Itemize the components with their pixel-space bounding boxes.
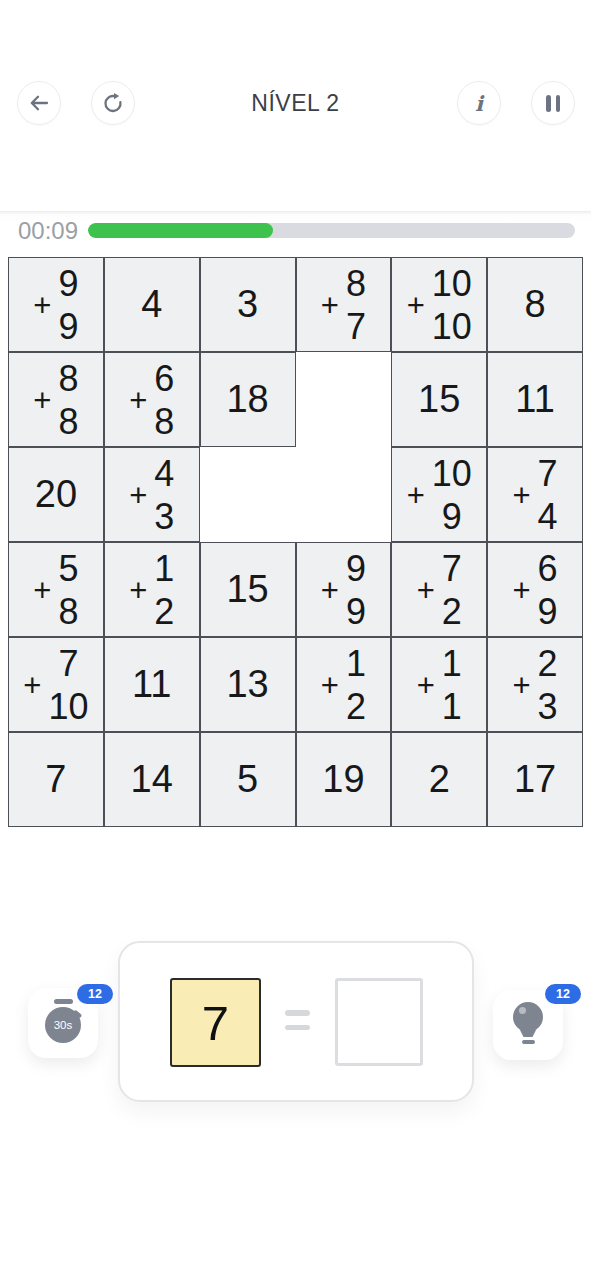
operands: 87 [346, 262, 366, 348]
plus-sign: + [129, 383, 147, 419]
hint-count-badge: 12 [545, 984, 581, 1004]
grid-cell-r4c5[interactable]: +72 [391, 542, 487, 637]
grid-cell-r5c4[interactable]: +12 [296, 637, 392, 732]
plus-sign: + [417, 573, 435, 609]
answer-value: 18 [226, 378, 268, 421]
lightbulb-icon [512, 1002, 544, 1048]
progress-fill [88, 223, 273, 238]
grid-cell-r5c6[interactable]: +23 [487, 637, 583, 732]
plus-sign: + [33, 383, 51, 419]
plus-sign: + [23, 668, 41, 704]
operands: 88 [58, 357, 78, 443]
plus-sign: + [129, 573, 147, 609]
grid-cell-r4c6[interactable]: +69 [487, 542, 583, 637]
plus-sign: + [321, 573, 339, 609]
grid-cell-r6c5[interactable]: 2 [391, 732, 487, 827]
grid-cell-r2c1[interactable]: +88 [8, 352, 104, 447]
grid-cell-r1c3[interactable]: 3 [200, 257, 296, 352]
grid-cell-r3c6[interactable]: +74 [487, 447, 583, 542]
grid-cell-r2c3[interactable]: 18 [200, 352, 296, 447]
grid-cell-r4c1[interactable]: +58 [8, 542, 104, 637]
grid-cell-r1c1[interactable]: +99 [8, 257, 104, 352]
operands: 68 [154, 357, 174, 443]
answer-value: 11 [515, 378, 554, 421]
grid-cell-r1c2[interactable]: 4 [104, 257, 200, 352]
grid-cell-r2c6[interactable]: 11 [487, 352, 583, 447]
operands: 710 [48, 642, 88, 728]
operands: 99 [58, 262, 78, 348]
grid-blank-r3c3 [200, 447, 296, 542]
plus-sign: + [129, 478, 147, 514]
grid-cell-r1c6[interactable]: 8 [487, 257, 583, 352]
operands: 69 [538, 547, 558, 633]
pause-icon [546, 95, 560, 112]
plus-sign: + [513, 668, 531, 704]
grid-cell-r4c3[interactable]: 15 [200, 542, 296, 637]
stopwatch-label: 30s [54, 1019, 73, 1031]
operands: 12 [346, 642, 366, 728]
operands: 43 [154, 452, 174, 538]
answer-value: 17 [514, 758, 556, 801]
operands: 99 [346, 547, 366, 633]
answer-value: 19 [322, 758, 364, 801]
operands: 72 [442, 547, 462, 633]
grid-cell-r2c5[interactable]: 15 [391, 352, 487, 447]
grid-cell-r6c1[interactable]: 7 [8, 732, 104, 827]
grid-cell-r5c5[interactable]: +11 [391, 637, 487, 732]
answer-value: 20 [35, 473, 77, 516]
plus-sign: + [513, 573, 531, 609]
answer-value: 5 [237, 758, 258, 801]
add-time-count-badge: 12 [77, 984, 113, 1004]
level-progress-bar [88, 223, 575, 238]
plus-sign: + [33, 288, 51, 324]
operands: 74 [538, 452, 558, 538]
equals-icon [285, 1010, 310, 1030]
operands: 109 [432, 452, 472, 538]
answer-value: 7 [45, 758, 66, 801]
grid-cell-r6c3[interactable]: 5 [200, 732, 296, 827]
operands: 23 [538, 642, 558, 728]
stopwatch-icon: 30s [43, 999, 83, 1047]
plus-sign: + [321, 668, 339, 704]
answer-value: 14 [131, 758, 173, 801]
answer-value: 15 [226, 568, 268, 611]
grid-cell-r3c2[interactable]: +43 [104, 447, 200, 542]
operands: 11 [442, 642, 462, 728]
grid-cell-r5c1[interactable]: +710 [8, 637, 104, 732]
pause-button[interactable] [531, 81, 575, 125]
header-divider [0, 211, 591, 221]
grid-cell-r2c2[interactable]: +68 [104, 352, 200, 447]
answer-value: 15 [418, 378, 460, 421]
plus-sign: + [407, 288, 425, 324]
operands: 1010 [432, 262, 472, 348]
grid-cell-r4c4[interactable]: +99 [296, 542, 392, 637]
plus-sign: + [321, 288, 339, 324]
grid-cell-r1c5[interactable]: +1010 [391, 257, 487, 352]
grid-cell-r3c5[interactable]: +109 [391, 447, 487, 542]
operands: 58 [58, 547, 78, 633]
answer-value: 13 [226, 663, 268, 706]
info-icon: i [475, 93, 483, 114]
plus-sign: + [33, 573, 51, 609]
grid-blank-r3c4 [296, 447, 392, 542]
answer-value: 3 [237, 283, 258, 326]
grid-cell-r4c2[interactable]: +12 [104, 542, 200, 637]
selected-tile[interactable]: 7 [170, 978, 261, 1067]
grid-cell-r6c2[interactable]: 14 [104, 732, 200, 827]
grid-blank-r2c4 [296, 352, 392, 447]
answer-value: 2 [429, 758, 450, 801]
grid-cell-r5c3[interactable]: 13 [200, 637, 296, 732]
plus-sign: + [417, 668, 435, 704]
answer-value: 11 [132, 663, 171, 706]
answer-value: 8 [525, 283, 546, 326]
operands: 12 [154, 547, 174, 633]
match-target-slot [335, 978, 423, 1066]
grid-cell-r1c4[interactable]: +87 [296, 257, 392, 352]
plus-sign: + [407, 478, 425, 514]
board: +9943+87+10108+88+6818151120+43+109+74+5… [8, 257, 583, 827]
plus-sign: + [513, 478, 531, 514]
grid-cell-r5c2[interactable]: 11 [104, 637, 200, 732]
elapsed-time: 00:09 [18, 217, 78, 245]
info-button[interactable]: i [457, 81, 501, 125]
selected-tile-value: 7 [202, 995, 229, 1051]
grid-cell-r6c6[interactable]: 17 [487, 732, 583, 827]
grid-cell-r6c4[interactable]: 19 [296, 732, 392, 827]
answer-value: 4 [141, 283, 162, 326]
grid-cell-r3c1[interactable]: 20 [8, 447, 104, 542]
page-title: NÍVEL 2 [0, 90, 591, 117]
